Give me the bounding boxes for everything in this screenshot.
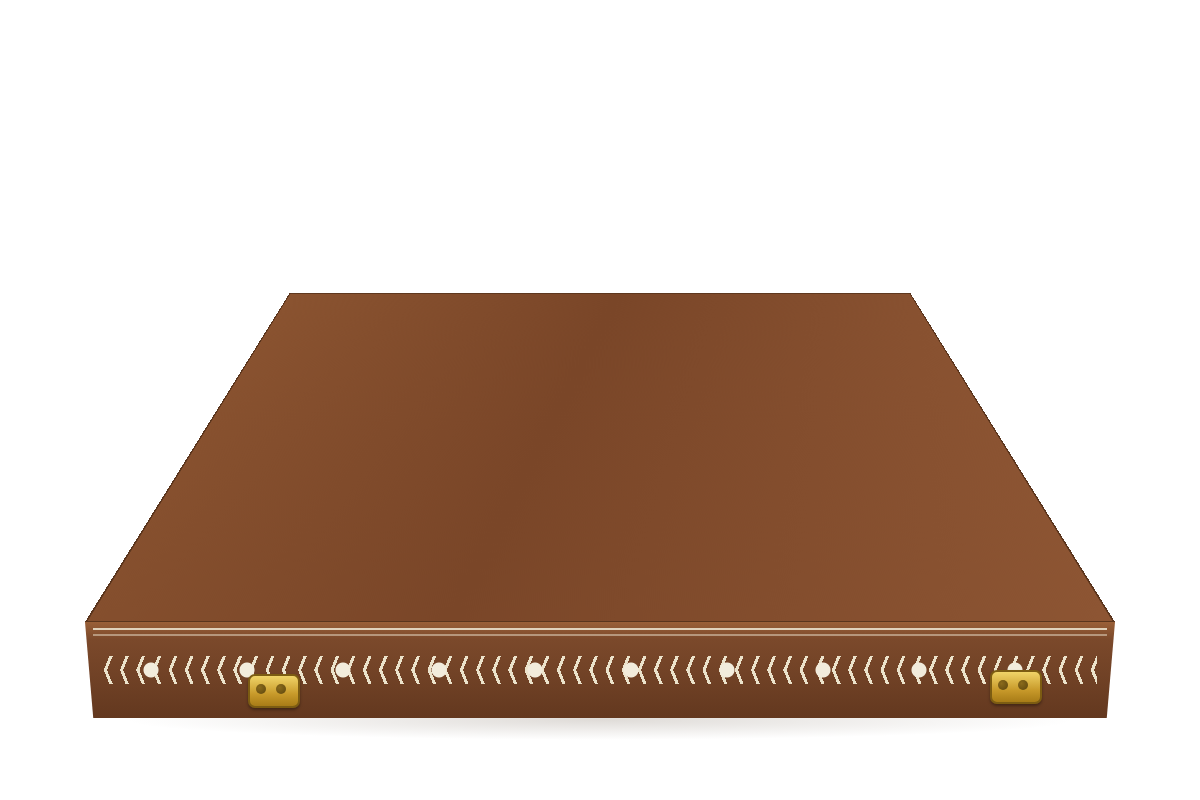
pieces-layer (0, 0, 1200, 800)
product-photo (0, 0, 1200, 800)
scene (0, 0, 1200, 800)
